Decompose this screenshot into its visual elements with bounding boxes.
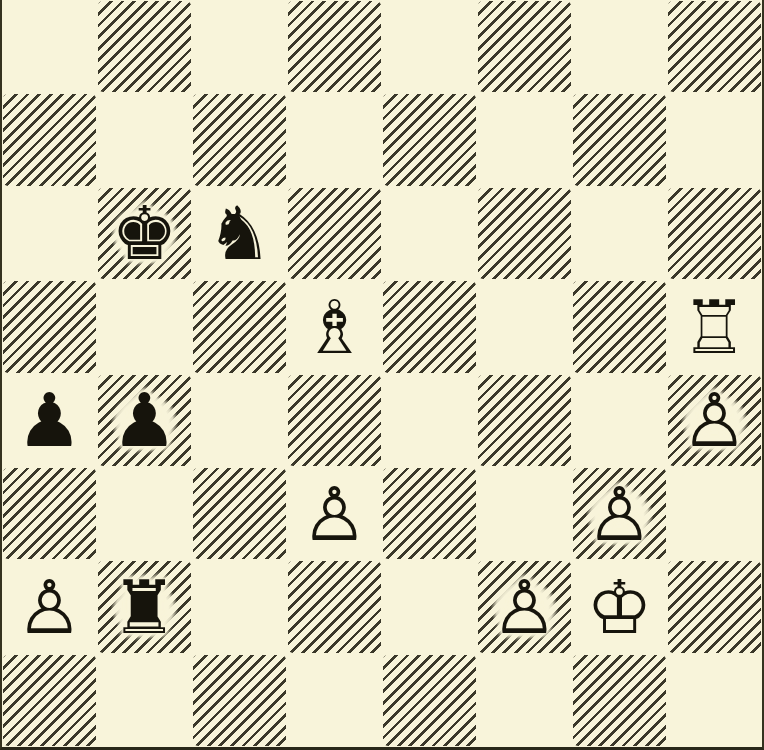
piece-white-bishop[interactable]: ♗ <box>301 290 367 364</box>
square-h7[interactable] <box>667 93 762 186</box>
square-e1[interactable] <box>382 654 477 747</box>
square-a6[interactable] <box>2 187 97 280</box>
square-f4[interactable] <box>477 374 572 467</box>
square-c2[interactable] <box>192 560 287 653</box>
square-d5[interactable]: ♗ <box>287 280 382 373</box>
square-d7[interactable] <box>287 93 382 186</box>
square-b5[interactable] <box>97 280 192 373</box>
square-a5[interactable] <box>2 280 97 373</box>
piece-white-pawn[interactable]: ♙ <box>675 381 753 459</box>
piece-black-pawn[interactable]: ♟ <box>105 381 183 459</box>
square-g3[interactable]: ♙ <box>572 467 667 560</box>
square-d6[interactable] <box>287 187 382 280</box>
piece-black-pawn[interactable]: ♟ <box>16 383 82 457</box>
square-d1[interactable] <box>287 654 382 747</box>
square-h4[interactable]: ♙ <box>667 374 762 467</box>
square-d2[interactable] <box>287 560 382 653</box>
square-c6[interactable]: ♞ <box>192 187 287 280</box>
piece-white-pawn[interactable]: ♙ <box>16 570 82 644</box>
square-a7[interactable] <box>2 93 97 186</box>
square-b8[interactable] <box>97 0 192 93</box>
square-b1[interactable] <box>97 654 192 747</box>
square-c4[interactable] <box>192 374 287 467</box>
square-g5[interactable] <box>572 280 667 373</box>
piece-black-knight[interactable]: ♞ <box>206 196 272 270</box>
piece-white-king[interactable]: ♔ <box>586 570 652 644</box>
square-f6[interactable] <box>477 187 572 280</box>
piece-black-king[interactable]: ♚ <box>105 194 183 272</box>
square-h2[interactable] <box>667 560 762 653</box>
square-f2[interactable]: ♙ <box>477 560 572 653</box>
square-a4[interactable]: ♟ <box>2 374 97 467</box>
square-e2[interactable] <box>382 560 477 653</box>
square-f7[interactable] <box>477 93 572 186</box>
square-b2[interactable]: ♜ <box>97 560 192 653</box>
square-b7[interactable] <box>97 93 192 186</box>
chess-board: ♚♞♗♖♟♟♙♙♙♙♜♙♔ <box>0 0 764 750</box>
square-h5[interactable]: ♖ <box>667 280 762 373</box>
square-e5[interactable] <box>382 280 477 373</box>
square-g6[interactable] <box>572 187 667 280</box>
square-f3[interactable] <box>477 467 572 560</box>
square-e8[interactable] <box>382 0 477 93</box>
square-f1[interactable] <box>477 654 572 747</box>
square-g7[interactable] <box>572 93 667 186</box>
square-c8[interactable] <box>192 0 287 93</box>
square-e6[interactable] <box>382 187 477 280</box>
square-h3[interactable] <box>667 467 762 560</box>
square-h1[interactable] <box>667 654 762 747</box>
square-c3[interactable] <box>192 467 287 560</box>
square-g1[interactable] <box>572 654 667 747</box>
square-c7[interactable] <box>192 93 287 186</box>
square-b4[interactable]: ♟ <box>97 374 192 467</box>
square-e3[interactable] <box>382 467 477 560</box>
square-g2[interactable]: ♔ <box>572 560 667 653</box>
square-f5[interactable] <box>477 280 572 373</box>
square-h6[interactable] <box>667 187 762 280</box>
square-d3[interactable]: ♙ <box>287 467 382 560</box>
piece-white-pawn[interactable]: ♙ <box>301 477 367 551</box>
square-d4[interactable] <box>287 374 382 467</box>
square-g4[interactable] <box>572 374 667 467</box>
square-a1[interactable] <box>2 654 97 747</box>
square-c1[interactable] <box>192 654 287 747</box>
square-a3[interactable] <box>2 467 97 560</box>
square-b3[interactable] <box>97 467 192 560</box>
square-h8[interactable] <box>667 0 762 93</box>
square-a2[interactable]: ♙ <box>2 560 97 653</box>
square-f8[interactable] <box>477 0 572 93</box>
piece-white-pawn[interactable]: ♙ <box>580 475 658 553</box>
chess-diagram: ♚♞♗♖♟♟♙♙♙♙♜♙♔ <box>0 0 764 750</box>
piece-white-rook[interactable]: ♖ <box>681 290 747 364</box>
square-e4[interactable] <box>382 374 477 467</box>
square-e7[interactable] <box>382 93 477 186</box>
square-b6[interactable]: ♚ <box>97 187 192 280</box>
square-d8[interactable] <box>287 0 382 93</box>
piece-white-pawn[interactable]: ♙ <box>485 568 563 646</box>
piece-black-rook[interactable]: ♜ <box>105 568 183 646</box>
square-g8[interactable] <box>572 0 667 93</box>
square-a8[interactable] <box>2 0 97 93</box>
square-c5[interactable] <box>192 280 287 373</box>
